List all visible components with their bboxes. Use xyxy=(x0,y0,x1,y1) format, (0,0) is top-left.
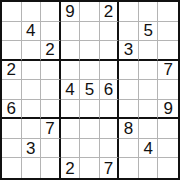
cell-r7c7[interactable]: 8 xyxy=(119,119,139,139)
cell-r2c1[interactable] xyxy=(2,22,22,42)
cell-r1c1[interactable] xyxy=(2,2,22,22)
cell-r3c3[interactable]: 2 xyxy=(41,41,61,61)
cell-r6c9[interactable]: 9 xyxy=(158,100,178,120)
cell-r7c2[interactable] xyxy=(22,119,42,139)
cell-r2c3[interactable] xyxy=(41,22,61,42)
cell-r3c7[interactable]: 3 xyxy=(119,41,139,61)
cell-r9c3[interactable] xyxy=(41,158,61,178)
cell-r5c9[interactable] xyxy=(158,80,178,100)
cell-r3c9[interactable] xyxy=(158,41,178,61)
cell-r1c8[interactable] xyxy=(139,2,159,22)
cell-r9c6[interactable]: 7 xyxy=(100,158,120,178)
cell-r7c4[interactable] xyxy=(61,119,81,139)
cell-r7c5[interactable] xyxy=(80,119,100,139)
cell-r6c1[interactable]: 6 xyxy=(2,100,22,120)
cell-r5c6[interactable]: 6 xyxy=(100,80,120,100)
cell-r4c9[interactable]: 7 xyxy=(158,61,178,81)
sudoku-board: 9245232745669783427 xyxy=(0,0,180,180)
cell-r1c9[interactable] xyxy=(158,2,178,22)
cell-r9c7[interactable] xyxy=(119,158,139,178)
cell-r2c9[interactable] xyxy=(158,22,178,42)
cell-r5c7[interactable] xyxy=(119,80,139,100)
cell-r5c8[interactable] xyxy=(139,80,159,100)
cell-r8c4[interactable] xyxy=(61,139,81,159)
cell-r3c6[interactable] xyxy=(100,41,120,61)
cell-r8c6[interactable] xyxy=(100,139,120,159)
cell-r4c7[interactable] xyxy=(119,61,139,81)
cell-r6c4[interactable] xyxy=(61,100,81,120)
cell-r6c6[interactable] xyxy=(100,100,120,120)
cell-r7c6[interactable] xyxy=(100,119,120,139)
cell-r2c4[interactable] xyxy=(61,22,81,42)
cell-r6c2[interactable] xyxy=(22,100,42,120)
cell-r9c1[interactable] xyxy=(2,158,22,178)
cell-r4c4[interactable] xyxy=(61,61,81,81)
cell-r6c7[interactable] xyxy=(119,100,139,120)
cell-r5c4[interactable]: 4 xyxy=(61,80,81,100)
cell-r5c5[interactable]: 5 xyxy=(80,80,100,100)
cell-r6c8[interactable] xyxy=(139,100,159,120)
cell-r4c6[interactable] xyxy=(100,61,120,81)
cell-r1c4[interactable]: 9 xyxy=(61,2,81,22)
cell-r8c9[interactable] xyxy=(158,139,178,159)
cell-r1c7[interactable] xyxy=(119,2,139,22)
cell-r9c2[interactable] xyxy=(22,158,42,178)
cell-r1c6[interactable]: 2 xyxy=(100,2,120,22)
cell-r2c2[interactable]: 4 xyxy=(22,22,42,42)
cell-r2c6[interactable] xyxy=(100,22,120,42)
cell-r2c8[interactable]: 5 xyxy=(139,22,159,42)
cell-r8c8[interactable]: 4 xyxy=(139,139,159,159)
cell-r3c2[interactable] xyxy=(22,41,42,61)
cell-r7c1[interactable] xyxy=(2,119,22,139)
cell-r1c2[interactable] xyxy=(22,2,42,22)
cell-r1c3[interactable] xyxy=(41,2,61,22)
cell-r5c2[interactable] xyxy=(22,80,42,100)
cell-r4c8[interactable] xyxy=(139,61,159,81)
cell-r6c3[interactable] xyxy=(41,100,61,120)
cell-r4c1[interactable]: 2 xyxy=(2,61,22,81)
cell-r3c5[interactable] xyxy=(80,41,100,61)
cell-r5c1[interactable] xyxy=(2,80,22,100)
cell-r8c3[interactable] xyxy=(41,139,61,159)
cell-r2c5[interactable] xyxy=(80,22,100,42)
cell-r3c8[interactable] xyxy=(139,41,159,61)
cell-r4c5[interactable] xyxy=(80,61,100,81)
cell-r4c2[interactable] xyxy=(22,61,42,81)
cell-r7c3[interactable]: 7 xyxy=(41,119,61,139)
cell-r9c9[interactable] xyxy=(158,158,178,178)
cell-r7c8[interactable] xyxy=(139,119,159,139)
cell-r3c4[interactable] xyxy=(61,41,81,61)
cell-r9c4[interactable]: 2 xyxy=(61,158,81,178)
cell-r8c7[interactable] xyxy=(119,139,139,159)
cell-r6c5[interactable] xyxy=(80,100,100,120)
cell-r8c1[interactable] xyxy=(2,139,22,159)
cell-r1c5[interactable] xyxy=(80,2,100,22)
cell-r9c8[interactable] xyxy=(139,158,159,178)
cell-r8c2[interactable]: 3 xyxy=(22,139,42,159)
cell-r9c5[interactable] xyxy=(80,158,100,178)
cell-r8c5[interactable] xyxy=(80,139,100,159)
cell-r3c1[interactable] xyxy=(2,41,22,61)
cell-r2c7[interactable] xyxy=(119,22,139,42)
cell-r5c3[interactable] xyxy=(41,80,61,100)
cell-r7c9[interactable] xyxy=(158,119,178,139)
cell-r4c3[interactable] xyxy=(41,61,61,81)
